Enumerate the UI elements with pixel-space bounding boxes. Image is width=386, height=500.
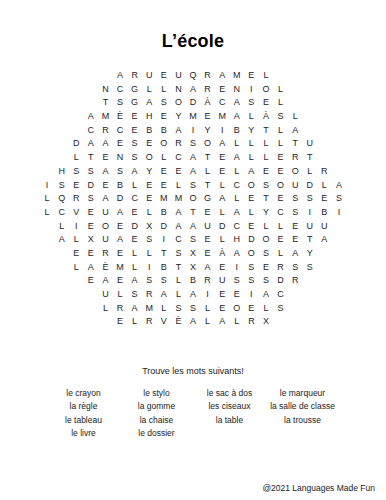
grid-cell[interactable]: S: [157, 96, 172, 110]
grid-cell[interactable]: L: [273, 220, 288, 234]
grid-cell[interactable]: M: [215, 110, 230, 124]
grid-cell[interactable]: I: [302, 206, 317, 220]
grid-cell[interactable]: E: [98, 151, 113, 165]
grid-cell[interactable]: D: [127, 220, 142, 234]
grid-cell[interactable]: B: [317, 206, 332, 220]
grid-cell[interactable]: S: [84, 192, 99, 206]
grid-cell[interactable]: E: [84, 274, 99, 288]
grid-cell[interactable]: U: [98, 206, 113, 220]
grid-cell[interactable]: A: [127, 274, 142, 288]
grid-cell[interactable]: E: [200, 110, 215, 124]
grid-cell[interactable]: L: [98, 302, 113, 316]
grid-cell[interactable]: E: [259, 261, 274, 275]
grid-cell[interactable]: A: [215, 137, 230, 151]
grid-cell[interactable]: E: [259, 165, 274, 179]
grid-cell[interactable]: T: [288, 137, 303, 151]
grid-cell[interactable]: D: [113, 192, 128, 206]
grid-cell[interactable]: T: [259, 192, 274, 206]
grid-cell[interactable]: S: [273, 302, 288, 316]
grid-cell[interactable]: S: [229, 274, 244, 288]
grid-cell[interactable]: E: [273, 165, 288, 179]
grid-cell[interactable]: S: [186, 302, 201, 316]
grid-cell[interactable]: L: [69, 151, 84, 165]
grid-cell[interactable]: E: [157, 179, 172, 193]
grid-cell[interactable]: Y: [200, 124, 215, 138]
grid-cell[interactable]: S: [244, 274, 259, 288]
grid-cell[interactable]: U: [98, 233, 113, 247]
grid-cell[interactable]: A: [186, 220, 201, 234]
grid-cell[interactable]: M: [142, 302, 157, 316]
grid-cell[interactable]: I: [142, 261, 157, 275]
grid-cell[interactable]: L: [40, 206, 55, 220]
grid-cell[interactable]: U: [288, 179, 303, 193]
grid-cell[interactable]: E: [157, 110, 172, 124]
grid-cell[interactable]: I: [229, 261, 244, 275]
grid-cell[interactable]: L: [302, 165, 317, 179]
grid-cell[interactable]: G: [127, 83, 142, 97]
grid-cell[interactable]: L: [259, 151, 274, 165]
grid-cell[interactable]: E: [317, 192, 332, 206]
grid-cell[interactable]: E: [200, 233, 215, 247]
grid-cell[interactable]: C: [54, 206, 69, 220]
grid-cell[interactable]: L: [244, 137, 259, 151]
grid-cell[interactable]: S: [142, 274, 157, 288]
grid-cell[interactable]: S: [332, 192, 347, 206]
grid-cell[interactable]: O: [171, 96, 186, 110]
grid-cell[interactable]: À: [259, 110, 274, 124]
grid-cell[interactable]: S: [113, 165, 128, 179]
grid-cell[interactable]: R: [200, 274, 215, 288]
grid-cell[interactable]: O: [186, 192, 201, 206]
grid-cell[interactable]: L: [40, 192, 55, 206]
grid-cell[interactable]: A: [215, 69, 230, 83]
grid-cell[interactable]: È: [98, 261, 113, 275]
grid-cell[interactable]: N: [113, 151, 128, 165]
grid-cell[interactable]: A: [98, 192, 113, 206]
grid-cell[interactable]: B: [157, 206, 172, 220]
grid-cell[interactable]: L: [273, 83, 288, 97]
grid-cell[interactable]: E: [215, 83, 230, 97]
grid-cell[interactable]: U: [142, 69, 157, 83]
grid-cell[interactable]: L: [229, 165, 244, 179]
grid-cell[interactable]: E: [127, 233, 142, 247]
grid-cell[interactable]: T: [84, 151, 99, 165]
grid-cell[interactable]: A: [215, 192, 230, 206]
grid-cell[interactable]: D: [69, 137, 84, 151]
grid-cell[interactable]: E: [273, 151, 288, 165]
grid-cell[interactable]: L: [259, 302, 274, 316]
grid-cell[interactable]: L: [69, 233, 84, 247]
grid-cell[interactable]: D: [186, 96, 201, 110]
grid-cell[interactable]: Q: [186, 69, 201, 83]
grid-cell[interactable]: C: [113, 124, 128, 138]
grid-cell[interactable]: A: [186, 315, 201, 329]
grid-cell[interactable]: V: [157, 315, 172, 329]
grid-cell[interactable]: E: [215, 165, 230, 179]
grid-cell[interactable]: A: [229, 151, 244, 165]
grid-cell[interactable]: C: [113, 83, 128, 97]
grid-cell[interactable]: I: [186, 124, 201, 138]
grid-cell[interactable]: Y: [244, 124, 259, 138]
grid-cell[interactable]: O: [259, 83, 274, 97]
grid-cell[interactable]: E: [157, 69, 172, 83]
grid-cell[interactable]: I: [244, 288, 259, 302]
grid-cell[interactable]: L: [157, 151, 172, 165]
grid-cell[interactable]: I: [69, 220, 84, 234]
grid-cell[interactable]: A: [186, 83, 201, 97]
grid-cell[interactable]: O: [273, 179, 288, 193]
grid-cell[interactable]: L: [127, 261, 142, 275]
grid-cell[interactable]: R: [98, 247, 113, 261]
grid-cell[interactable]: L: [273, 96, 288, 110]
grid-cell[interactable]: A: [127, 165, 142, 179]
grid-cell[interactable]: S: [302, 261, 317, 275]
grid-cell[interactable]: È: [113, 110, 128, 124]
grid-cell[interactable]: O: [229, 302, 244, 316]
grid-cell[interactable]: E: [84, 247, 99, 261]
grid-cell[interactable]: S: [259, 179, 274, 193]
grid-cell[interactable]: E: [98, 179, 113, 193]
grid-cell[interactable]: T: [200, 179, 215, 193]
grid-cell[interactable]: H: [54, 165, 69, 179]
grid-cell[interactable]: T: [157, 247, 172, 261]
grid-cell[interactable]: R: [69, 192, 84, 206]
grid-cell[interactable]: L: [259, 220, 274, 234]
grid-cell[interactable]: E: [288, 220, 303, 234]
grid-cell[interactable]: A: [229, 96, 244, 110]
grid-cell[interactable]: U: [98, 288, 113, 302]
grid-cell[interactable]: E: [288, 233, 303, 247]
grid-cell[interactable]: A: [171, 206, 186, 220]
grid-cell[interactable]: U: [317, 220, 332, 234]
grid-cell[interactable]: A: [259, 288, 274, 302]
grid-cell[interactable]: L: [113, 288, 128, 302]
grid-cell[interactable]: M: [229, 69, 244, 83]
grid-cell[interactable]: T: [302, 233, 317, 247]
grid-cell[interactable]: E: [215, 261, 230, 275]
grid-cell[interactable]: R: [200, 83, 215, 97]
grid-cell[interactable]: L: [244, 206, 259, 220]
grid-cell[interactable]: S: [288, 206, 303, 220]
grid-cell[interactable]: L: [127, 315, 142, 329]
grid-cell[interactable]: G: [127, 96, 142, 110]
grid-cell[interactable]: L: [54, 220, 69, 234]
grid-cell[interactable]: L: [229, 137, 244, 151]
grid-cell[interactable]: A: [186, 288, 201, 302]
grid-cell[interactable]: E: [229, 288, 244, 302]
grid-cell[interactable]: E: [273, 192, 288, 206]
grid-cell[interactable]: E: [113, 220, 128, 234]
grid-cell[interactable]: E: [244, 69, 259, 83]
grid-cell[interactable]: E: [142, 179, 157, 193]
grid-cell[interactable]: A: [98, 165, 113, 179]
grid-cell[interactable]: T: [98, 96, 113, 110]
grid-cell[interactable]: L: [215, 233, 230, 247]
grid-cell[interactable]: L: [288, 110, 303, 124]
grid-cell[interactable]: S: [127, 137, 142, 151]
grid-cell[interactable]: C: [171, 233, 186, 247]
grid-cell[interactable]: C: [229, 220, 244, 234]
grid-cell[interactable]: A: [244, 165, 259, 179]
grid-cell[interactable]: L: [200, 315, 215, 329]
grid-cell[interactable]: S: [84, 165, 99, 179]
grid-cell[interactable]: L: [244, 110, 259, 124]
grid-cell[interactable]: E: [215, 302, 230, 316]
grid-cell[interactable]: B: [157, 261, 172, 275]
grid-cell[interactable]: S: [171, 302, 186, 316]
grid-cell[interactable]: A: [332, 179, 347, 193]
grid-cell[interactable]: E: [127, 206, 142, 220]
grid-cell[interactable]: S: [54, 179, 69, 193]
grid-cell[interactable]: M: [157, 192, 172, 206]
grid-cell[interactable]: L: [157, 302, 172, 316]
grid-cell[interactable]: L: [229, 192, 244, 206]
grid-cell[interactable]: R: [200, 69, 215, 83]
grid-cell[interactable]: A: [113, 69, 128, 83]
grid-cell[interactable]: B: [142, 124, 157, 138]
grid-cell[interactable]: S: [259, 247, 274, 261]
grid-cell[interactable]: L: [259, 69, 274, 83]
grid-cell[interactable]: V: [69, 206, 84, 220]
grid-cell[interactable]: E: [273, 233, 288, 247]
grid-cell[interactable]: L: [200, 165, 215, 179]
grid-cell[interactable]: U: [302, 137, 317, 151]
grid-cell[interactable]: L: [229, 315, 244, 329]
grid-cell[interactable]: A: [200, 261, 215, 275]
grid-cell[interactable]: E: [142, 137, 157, 151]
grid-cell[interactable]: A: [288, 124, 303, 138]
grid-cell[interactable]: C: [84, 124, 99, 138]
grid-cell[interactable]: T: [302, 151, 317, 165]
grid-cell[interactable]: L: [244, 151, 259, 165]
grid-cell[interactable]: L: [215, 206, 230, 220]
grid-cell[interactable]: E: [215, 151, 230, 165]
grid-cell[interactable]: C: [273, 206, 288, 220]
grid-cell[interactable]: T: [171, 261, 186, 275]
grid-cell[interactable]: I: [332, 206, 347, 220]
grid-cell[interactable]: M: [98, 110, 113, 124]
grid-cell[interactable]: U: [200, 220, 215, 234]
grid-cell[interactable]: L: [171, 179, 186, 193]
grid-cell[interactable]: S: [171, 247, 186, 261]
grid-cell[interactable]: S: [244, 261, 259, 275]
grid-cell[interactable]: A: [98, 274, 113, 288]
grid-cell[interactable]: S: [302, 192, 317, 206]
grid-cell[interactable]: Y: [259, 206, 274, 220]
grid-cell[interactable]: Y: [302, 247, 317, 261]
grid-cell[interactable]: A: [84, 137, 99, 151]
grid-cell[interactable]: O: [244, 247, 259, 261]
grid-cell[interactable]: L: [273, 137, 288, 151]
grid-cell[interactable]: R: [98, 124, 113, 138]
grid-cell[interactable]: S: [127, 288, 142, 302]
grid-cell[interactable]: E: [244, 302, 259, 316]
grid-cell[interactable]: B: [229, 124, 244, 138]
grid-cell[interactable]: U: [302, 220, 317, 234]
grid-cell[interactable]: R: [171, 137, 186, 151]
grid-cell[interactable]: X: [186, 247, 201, 261]
grid-cell[interactable]: B: [113, 179, 128, 193]
grid-cell[interactable]: À: [200, 96, 215, 110]
grid-cell[interactable]: T: [186, 206, 201, 220]
grid-cell[interactable]: B: [186, 274, 201, 288]
grid-cell[interactable]: S: [69, 165, 84, 179]
grid-cell[interactable]: R: [288, 274, 303, 288]
grid-cell[interactable]: S: [142, 233, 157, 247]
grid-cell[interactable]: L: [215, 179, 230, 193]
grid-cell[interactable]: L: [317, 179, 332, 193]
grid-cell[interactable]: G: [200, 192, 215, 206]
grid-cell[interactable]: R: [127, 69, 142, 83]
grid-cell[interactable]: S: [288, 261, 303, 275]
grid-cell[interactable]: C: [215, 96, 230, 110]
grid-cell[interactable]: S: [157, 274, 172, 288]
grid-cell[interactable]: L: [171, 274, 186, 288]
grid-cell[interactable]: O: [200, 137, 215, 151]
grid-cell[interactable]: M: [113, 261, 128, 275]
grid-cell[interactable]: E: [171, 165, 186, 179]
grid-cell[interactable]: X: [186, 261, 201, 275]
grid-cell[interactable]: L: [157, 83, 172, 97]
grid-cell[interactable]: E: [244, 192, 259, 206]
grid-cell[interactable]: C: [273, 288, 288, 302]
grid-cell[interactable]: A: [229, 247, 244, 261]
grid-cell[interactable]: X: [84, 233, 99, 247]
grid-cell[interactable]: D: [215, 220, 230, 234]
grid-cell[interactable]: I: [157, 233, 172, 247]
grid-cell[interactable]: È: [171, 315, 186, 329]
grid-cell[interactable]: E: [127, 110, 142, 124]
grid-cell[interactable]: L: [69, 261, 84, 275]
grid-cell[interactable]: O: [288, 165, 303, 179]
grid-cell[interactable]: I: [244, 83, 259, 97]
grid-cell[interactable]: T: [259, 124, 274, 138]
grid-cell[interactable]: L: [127, 179, 142, 193]
grid-cell[interactable]: A: [317, 233, 332, 247]
grid-cell[interactable]: L: [200, 302, 215, 316]
grid-cell[interactable]: E: [84, 206, 99, 220]
grid-cell[interactable]: R: [113, 302, 128, 316]
grid-cell[interactable]: M: [171, 192, 186, 206]
grid-cell[interactable]: L: [142, 206, 157, 220]
grid-cell[interactable]: O: [259, 233, 274, 247]
grid-cell[interactable]: U: [171, 69, 186, 83]
grid-cell[interactable]: C: [171, 151, 186, 165]
grid-cell[interactable]: N: [229, 83, 244, 97]
grid-cell[interactable]: O: [157, 137, 172, 151]
grid-cell[interactable]: N: [171, 83, 186, 97]
grid-cell[interactable]: R: [142, 315, 157, 329]
grid-cell[interactable]: A: [171, 124, 186, 138]
grid-cell[interactable]: A: [98, 137, 113, 151]
grid-cell[interactable]: I: [215, 124, 230, 138]
grid-cell[interactable]: R: [288, 151, 303, 165]
grid-cell[interactable]: E: [157, 165, 172, 179]
grid-cell[interactable]: O: [142, 151, 157, 165]
grid-cell[interactable]: C: [127, 192, 142, 206]
grid-cell[interactable]: S: [288, 192, 303, 206]
grid-cell[interactable]: S: [273, 110, 288, 124]
grid-cell[interactable]: Y: [142, 165, 157, 179]
grid-cell[interactable]: E: [127, 124, 142, 138]
grid-cell[interactable]: S: [186, 137, 201, 151]
grid-cell[interactable]: N: [98, 83, 113, 97]
grid-cell[interactable]: D: [302, 179, 317, 193]
grid-cell[interactable]: E: [113, 274, 128, 288]
grid-cell[interactable]: A: [171, 220, 186, 234]
grid-cell[interactable]: L: [171, 288, 186, 302]
grid-cell[interactable]: A: [113, 206, 128, 220]
grid-cell[interactable]: M: [186, 110, 201, 124]
grid-cell[interactable]: L: [127, 247, 142, 261]
grid-cell[interactable]: R: [273, 261, 288, 275]
grid-cell[interactable]: H: [142, 110, 157, 124]
grid-cell[interactable]: S: [244, 96, 259, 110]
grid-cell[interactable]: À: [215, 247, 230, 261]
grid-cell[interactable]: S: [186, 233, 201, 247]
grid-cell[interactable]: E: [215, 288, 230, 302]
grid-cell[interactable]: A: [215, 315, 230, 329]
grid-cell[interactable]: Y: [171, 110, 186, 124]
grid-cell[interactable]: A: [186, 151, 201, 165]
grid-cell[interactable]: L: [142, 83, 157, 97]
grid-cell[interactable]: A: [288, 247, 303, 261]
grid-cell[interactable]: L: [273, 124, 288, 138]
grid-cell[interactable]: R: [244, 315, 259, 329]
grid-cell[interactable]: E: [142, 192, 157, 206]
grid-cell[interactable]: S: [127, 151, 142, 165]
grid-cell[interactable]: E: [244, 220, 259, 234]
grid-cell[interactable]: A: [84, 261, 99, 275]
grid-cell[interactable]: X: [142, 220, 157, 234]
grid-cell[interactable]: S: [259, 274, 274, 288]
grid-cell[interactable]: A: [54, 233, 69, 247]
grid-cell[interactable]: H: [229, 233, 244, 247]
grid-cell[interactable]: E: [113, 247, 128, 261]
grid-cell[interactable]: U: [215, 274, 230, 288]
grid-cell[interactable]: I: [200, 288, 215, 302]
grid-cell[interactable]: D: [273, 274, 288, 288]
grid-cell[interactable]: S: [186, 179, 201, 193]
grid-cell[interactable]: A: [113, 233, 128, 247]
grid-cell[interactable]: E: [69, 247, 84, 261]
grid-cell[interactable]: E: [259, 96, 274, 110]
grid-cell[interactable]: R: [142, 288, 157, 302]
grid-cell[interactable]: X: [259, 315, 274, 329]
grid-cell[interactable]: E: [113, 137, 128, 151]
grid-cell[interactable]: O: [244, 179, 259, 193]
grid-cell[interactable]: C: [229, 179, 244, 193]
grid-cell[interactable]: D: [244, 233, 259, 247]
grid-cell[interactable]: L: [273, 247, 288, 261]
grid-cell[interactable]: E: [113, 315, 128, 329]
grid-cell[interactable]: A: [142, 96, 157, 110]
grid-cell[interactable]: A: [127, 302, 142, 316]
grid-cell[interactable]: A: [186, 165, 201, 179]
grid-cell[interactable]: L: [259, 137, 274, 151]
grid-cell[interactable]: E: [84, 220, 99, 234]
grid-cell[interactable]: I: [40, 179, 55, 193]
grid-cell[interactable]: L: [142, 247, 157, 261]
grid-cell[interactable]: T: [200, 151, 215, 165]
grid-cell[interactable]: E: [69, 179, 84, 193]
grid-cell[interactable]: D: [84, 179, 99, 193]
grid-cell[interactable]: S: [113, 96, 128, 110]
grid-cell[interactable]: A: [157, 288, 172, 302]
grid-cell[interactable]: A: [84, 110, 99, 124]
grid-cell[interactable]: A: [229, 206, 244, 220]
grid-cell[interactable]: Q: [54, 192, 69, 206]
